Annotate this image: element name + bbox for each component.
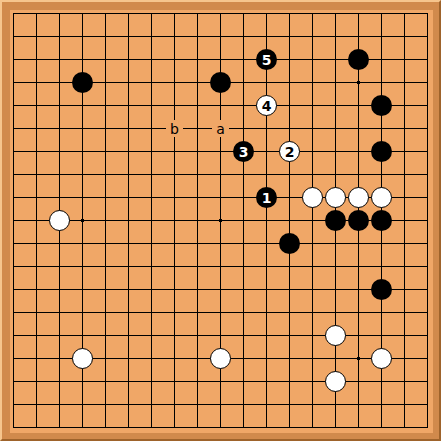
black-stone-move-1: 1 — [256, 187, 277, 208]
white-stone-move-4: 4 — [256, 95, 277, 116]
black-stone — [325, 210, 346, 231]
star-point — [81, 219, 84, 222]
white-stone — [302, 187, 323, 208]
black-stone-move-3: 3 — [233, 141, 254, 162]
black-stone — [371, 95, 392, 116]
white-stone — [325, 371, 346, 392]
white-stone — [325, 325, 346, 346]
black-stone — [348, 49, 369, 70]
black-stone — [371, 279, 392, 300]
black-stone — [279, 233, 300, 254]
white-stone — [72, 348, 93, 369]
black-stone — [371, 210, 392, 231]
white-stone-move-2: 2 — [279, 141, 300, 162]
star-point — [219, 219, 222, 222]
white-stone — [49, 210, 70, 231]
white-stone — [371, 187, 392, 208]
point-label-a: a — [212, 120, 229, 137]
black-stone — [210, 72, 231, 93]
star-point — [357, 81, 360, 84]
board-grid: ba12345 — [2, 2, 439, 439]
white-stone — [371, 348, 392, 369]
black-stone — [371, 141, 392, 162]
white-stone — [210, 348, 231, 369]
white-stone — [348, 187, 369, 208]
white-stone — [325, 187, 346, 208]
point-label-b: b — [166, 120, 183, 137]
go-board: ba12345 — [0, 0, 441, 441]
black-stone — [348, 210, 369, 231]
black-stone — [72, 72, 93, 93]
star-point — [357, 357, 360, 360]
black-stone-move-5: 5 — [256, 49, 277, 70]
